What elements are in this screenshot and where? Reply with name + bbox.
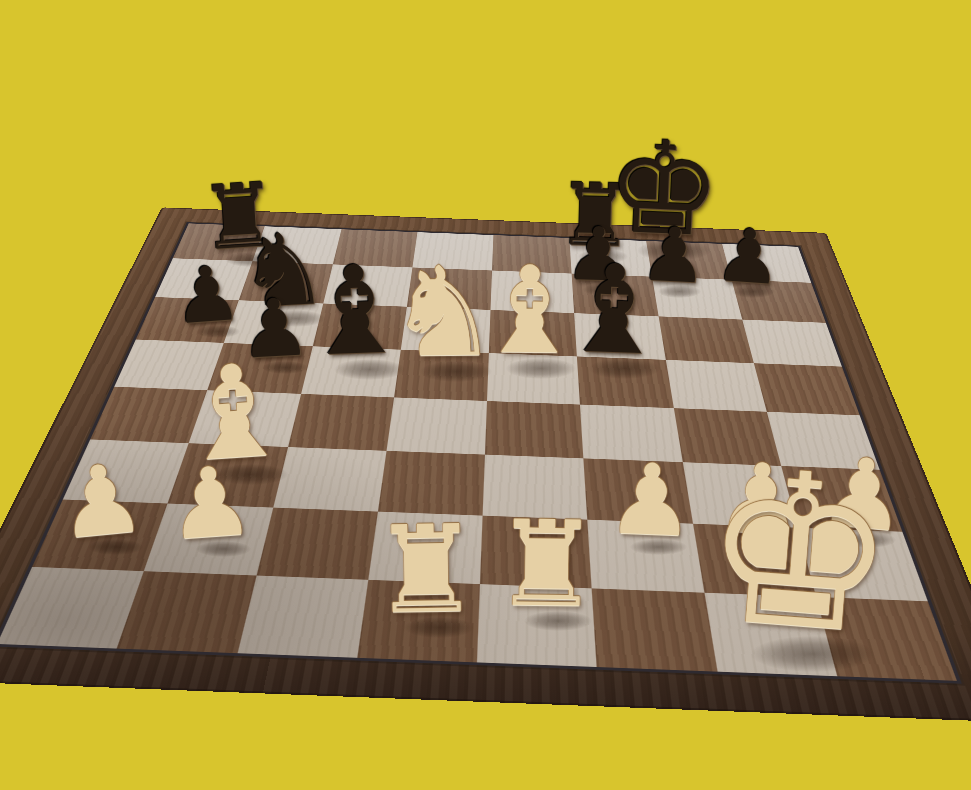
square-c1[interactable]: [237, 575, 368, 658]
piece-black-bishop-f6[interactable]: ♝: [557, 247, 670, 372]
piece-white-rook-d1[interactable]: ♜: [371, 509, 481, 631]
piece-black-pawn-a7[interactable]: ♟: [170, 255, 244, 336]
square-e4[interactable]: [485, 401, 584, 459]
square-h6[interactable]: [742, 319, 842, 366]
piece-white-king-g1[interactable]: ♚: [696, 439, 902, 665]
square-d4[interactable]: [386, 397, 487, 454]
square-h5[interactable]: [754, 363, 860, 415]
square-g6[interactable]: [658, 316, 753, 363]
square-c4[interactable]: [288, 394, 394, 451]
piece-white-pawn-f2[interactable]: ♟: [605, 449, 697, 551]
piece-black-pawn-h7[interactable]: ♟: [713, 217, 784, 295]
app-background: ♜♜♚♟♞♟♟♟♟♝♞♝♝♝♟♟♟♟♟♜♜♚: [0, 0, 971, 790]
square-c2[interactable]: [256, 507, 378, 579]
square-g5[interactable]: [665, 360, 766, 412]
piece-white-rook-e1[interactable]: ♜: [493, 504, 601, 624]
piece-white-pawn-b2[interactable]: ♟: [164, 452, 257, 554]
piece-white-pawn-a2[interactable]: ♟: [54, 449, 149, 553]
